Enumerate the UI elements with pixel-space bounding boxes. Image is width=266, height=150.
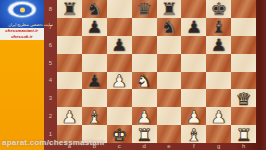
- square-g5[interactable]: [206, 54, 231, 72]
- white-pawn[interactable]: ♟: [111, 72, 127, 88]
- square-f8[interactable]: [181, 0, 206, 18]
- square-d7[interactable]: [132, 18, 157, 36]
- black-rook[interactable]: ♜: [61, 1, 77, 17]
- square-b4[interactable]: ♟: [82, 72, 107, 90]
- square-a6[interactable]: [57, 36, 82, 54]
- square-b2[interactable]: ♝: [82, 107, 107, 125]
- rank-labels: 87654321: [44, 0, 57, 143]
- square-h5[interactable]: [231, 54, 256, 72]
- square-b8[interactable]: ♞: [82, 0, 107, 18]
- square-e3[interactable]: [157, 89, 182, 107]
- chess-board: ♜♞♛♜♚♟♞♟♝♟♟♟♟♞♛♟♝♟♟♟♚♜♝♜: [57, 0, 256, 143]
- square-b7[interactable]: ♟: [82, 18, 107, 36]
- site-url-primary: chessmastani.ir: [6, 29, 39, 33]
- square-h2[interactable]: [231, 107, 256, 125]
- square-a5[interactable]: [57, 54, 82, 72]
- square-d6[interactable]: [132, 36, 157, 54]
- black-rook[interactable]: ♜: [161, 1, 177, 17]
- rank-label-5: 5: [44, 54, 57, 72]
- square-c1[interactable]: ♚: [107, 125, 132, 143]
- black-pawn[interactable]: ♟: [186, 19, 202, 35]
- video-frame: سایت تخصصی شطرنج ایران chessmastani.ir c…: [0, 0, 266, 150]
- square-h7[interactable]: [231, 18, 256, 36]
- black-pawn[interactable]: ♟: [211, 37, 227, 53]
- square-f2[interactable]: ♟: [181, 107, 206, 125]
- black-pawn[interactable]: ♟: [86, 19, 102, 35]
- black-knight[interactable]: ♞: [161, 19, 177, 35]
- square-c5[interactable]: [107, 54, 132, 72]
- square-h4[interactable]: [231, 72, 256, 90]
- white-bishop[interactable]: ♝: [186, 126, 202, 142]
- square-h3[interactable]: ♛: [231, 89, 256, 107]
- square-g1[interactable]: [206, 125, 231, 143]
- square-c4[interactable]: ♟: [107, 72, 132, 90]
- banner-caption: سایت تخصصی شطرنج ایران: [8, 23, 35, 27]
- board-frame: 87654321 ♜♞♛♜♚♟♞♟♝♟♟♟♟♞♛♟♝♟♟♟♚♜♝♜ abcdef…: [44, 0, 266, 150]
- square-d1[interactable]: ♜: [132, 125, 157, 143]
- square-f1[interactable]: ♝: [181, 125, 206, 143]
- white-rook[interactable]: ♜: [235, 126, 251, 142]
- white-pawn[interactable]: ♟: [136, 108, 152, 124]
- square-b3[interactable]: [82, 89, 107, 107]
- square-f6[interactable]: [181, 36, 206, 54]
- square-d5[interactable]: [132, 54, 157, 72]
- square-g3[interactable]: [206, 89, 231, 107]
- file-label-g: g: [206, 143, 231, 150]
- square-c7[interactable]: [107, 18, 132, 36]
- white-rook[interactable]: ♜: [136, 126, 152, 142]
- rank-label-3: 3: [44, 89, 57, 107]
- square-a2[interactable]: ♟: [57, 107, 82, 125]
- square-a8[interactable]: ♜: [57, 0, 82, 18]
- square-c3[interactable]: [107, 89, 132, 107]
- square-e1[interactable]: [157, 125, 182, 143]
- square-g7[interactable]: ♝: [206, 18, 231, 36]
- square-b6[interactable]: [82, 36, 107, 54]
- square-e8[interactable]: ♜: [157, 0, 182, 18]
- square-e2[interactable]: [157, 107, 182, 125]
- white-pawn[interactable]: ♟: [186, 108, 202, 124]
- watermark: aparat.com/chessmastani: [2, 138, 104, 147]
- square-a4[interactable]: [57, 72, 82, 90]
- square-c2[interactable]: [107, 107, 132, 125]
- black-king[interactable]: ♚: [211, 1, 227, 17]
- square-d3[interactable]: [132, 89, 157, 107]
- white-knight[interactable]: ♞: [136, 72, 152, 88]
- square-c6[interactable]: ♟: [107, 36, 132, 54]
- white-bishop[interactable]: ♝: [86, 108, 102, 124]
- black-pawn[interactable]: ♟: [111, 37, 127, 53]
- square-h6[interactable]: [231, 36, 256, 54]
- black-knight[interactable]: ♞: [86, 1, 102, 17]
- square-f5[interactable]: [181, 54, 206, 72]
- square-h1[interactable]: ♜: [231, 125, 256, 143]
- square-g8[interactable]: ♚: [206, 0, 231, 18]
- square-a3[interactable]: [57, 89, 82, 107]
- square-a7[interactable]: [57, 18, 82, 36]
- sidebar: سایت تخصصی شطرنج ایران chessmastani.ir c…: [0, 0, 44, 150]
- white-pawn[interactable]: ♟: [61, 108, 77, 124]
- rank-label-4: 4: [44, 72, 57, 90]
- square-e7[interactable]: ♞: [157, 18, 182, 36]
- site-links: chessmastani.ir chessok.ir: [0, 28, 44, 40]
- site-banner: سایت تخصصی شطرنج ایران: [0, 0, 44, 28]
- rank-label-8: 8: [44, 0, 57, 18]
- white-king[interactable]: ♚: [111, 126, 127, 142]
- square-d4[interactable]: ♞: [132, 72, 157, 90]
- square-d8[interactable]: ♛: [132, 0, 157, 18]
- square-g2[interactable]: ♟: [206, 107, 231, 125]
- square-f7[interactable]: ♟: [181, 18, 206, 36]
- rank-label-6: 6: [44, 36, 57, 54]
- black-bishop[interactable]: ♝: [211, 19, 227, 35]
- square-g6[interactable]: ♟: [206, 36, 231, 54]
- logo-center-mark: [20, 7, 25, 12]
- square-e5[interactable]: [157, 54, 182, 72]
- square-c8[interactable]: [107, 0, 132, 18]
- black-pawn[interactable]: ♟: [86, 72, 102, 88]
- white-queen[interactable]: ♛: [235, 90, 251, 106]
- site-logo-emblem-icon: [9, 2, 36, 17]
- square-e6[interactable]: [157, 36, 182, 54]
- white-pawn[interactable]: ♟: [211, 108, 227, 124]
- square-f3[interactable]: [181, 89, 206, 107]
- square-e4[interactable]: [157, 72, 182, 90]
- site-url-secondary: chessok.ir: [11, 35, 32, 39]
- black-queen[interactable]: ♛: [136, 1, 152, 17]
- square-b5[interactable]: [82, 54, 107, 72]
- square-g4[interactable]: [206, 72, 231, 90]
- rank-label-2: 2: [44, 107, 57, 125]
- square-d2[interactable]: ♟: [132, 107, 157, 125]
- square-f4[interactable]: [181, 72, 206, 90]
- sidebar-panel: [0, 40, 44, 150]
- square-h8[interactable]: [231, 0, 256, 18]
- file-label-e: e: [157, 143, 182, 150]
